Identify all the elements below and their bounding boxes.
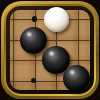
go-stone-black	[20, 27, 47, 54]
go-stone-black	[63, 65, 90, 92]
stones-layer	[1, 1, 99, 99]
go-stone-white	[44, 7, 69, 32]
go-board-app-icon-screenshot	[0, 0, 100, 100]
